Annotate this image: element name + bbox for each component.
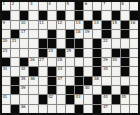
clue-number: 40 <box>85 86 90 90</box>
cell-r12c6[interactable] <box>48 105 56 113</box>
cell-r11c10[interactable] <box>84 95 92 103</box>
cell-r6c4[interactable] <box>29 49 37 57</box>
cell-r7c4[interactable]: 26 <box>29 58 37 66</box>
cell-r3c12 <box>102 21 110 29</box>
cell-r4c5[interactable] <box>39 30 47 38</box>
cell-r7c13[interactable]: 30 <box>112 58 120 66</box>
cell-r4c1[interactable] <box>2 30 10 38</box>
cell-r10c1[interactable] <box>2 86 10 94</box>
cell-r4c2 <box>11 30 19 38</box>
cell-r5c4[interactable] <box>29 39 37 47</box>
clue-number: 37 <box>57 77 62 81</box>
cell-r5c10[interactable] <box>84 39 92 47</box>
cell-r2c13 <box>112 11 120 19</box>
cell-r9c12[interactable] <box>102 77 110 85</box>
cell-r10c15[interactable] <box>130 86 138 94</box>
cell-r12c15[interactable] <box>130 105 138 113</box>
cell-r9c7[interactable]: 37 <box>57 77 65 85</box>
clue-number: 18 <box>76 30 81 34</box>
cell-r6c1[interactable]: 23 <box>2 49 10 57</box>
cell-r7c9[interactable] <box>75 58 83 66</box>
clue-number: 43 <box>76 95 81 99</box>
cell-r3c5[interactable]: 11 <box>39 21 47 29</box>
clue-number: 3 <box>30 2 32 6</box>
cell-r3c14 <box>121 21 129 29</box>
clue-number: 17 <box>21 30 26 34</box>
cell-r5c11 <box>93 39 101 47</box>
cell-r8c1[interactable]: 31 <box>2 67 10 75</box>
cell-r3c15[interactable]: 16 <box>130 21 138 29</box>
cell-r10c6 <box>48 86 56 94</box>
cell-r1c4[interactable]: 3 <box>29 2 37 10</box>
cell-r4c13[interactable] <box>112 30 120 38</box>
cell-r12c8[interactable] <box>66 105 74 113</box>
cell-r10c10[interactable]: 40 <box>84 86 92 94</box>
clue-number: 32 <box>21 67 26 71</box>
cell-r4c10[interactable]: 19 <box>84 30 92 38</box>
cell-r12c5[interactable] <box>39 105 47 113</box>
cell-r11c14[interactable]: 45 <box>121 95 129 103</box>
clue-number: 44 <box>103 95 108 99</box>
cell-r8c3[interactable]: 32 <box>20 67 28 75</box>
cell-r6c10[interactable] <box>84 49 92 57</box>
clue-number: 16 <box>130 21 135 25</box>
cell-r7c14 <box>121 58 129 66</box>
cell-r12c9 <box>75 105 83 113</box>
cell-r2c2[interactable] <box>11 11 19 19</box>
clue-number: 8 <box>121 2 123 6</box>
clue-number: 2 <box>12 2 14 6</box>
cell-r4c4[interactable] <box>29 30 37 38</box>
cell-r3c3[interactable]: 10 <box>20 21 28 29</box>
cell-r2c6[interactable] <box>48 11 56 19</box>
cell-r8c4 <box>29 67 37 75</box>
clue-number: 1 <box>3 2 5 6</box>
cell-r11c11 <box>93 95 101 103</box>
cell-r5c2[interactable]: 21 <box>11 39 19 47</box>
cell-r8c14 <box>121 67 129 75</box>
cell-r12c2 <box>11 105 19 113</box>
cell-r10c2 <box>11 86 19 94</box>
cell-r4c15[interactable] <box>130 30 138 38</box>
cell-r5c6 <box>48 39 56 47</box>
cell-r7c5[interactable]: 27 <box>39 58 47 66</box>
cell-r10c5[interactable] <box>39 86 47 94</box>
clue-number: 36 <box>30 77 35 81</box>
cell-r4c12 <box>102 30 110 38</box>
cell-r10c4[interactable] <box>29 86 37 94</box>
cell-r1c14[interactable]: 8 <box>121 2 129 10</box>
cell-r7c11 <box>93 58 101 66</box>
cell-r2c1 <box>2 11 10 19</box>
cell-r9c13[interactable] <box>112 77 120 85</box>
cell-r6c3[interactable] <box>20 49 28 57</box>
cell-r1c9 <box>75 2 83 10</box>
cell-r4c8 <box>66 30 74 38</box>
cell-r8c10[interactable] <box>84 67 92 75</box>
cell-r4c3[interactable]: 17 <box>20 30 28 38</box>
cell-r11c1[interactable]: 41 <box>2 95 10 103</box>
cell-r1c7[interactable] <box>57 2 65 10</box>
cell-r11c6[interactable]: 42 <box>48 95 56 103</box>
cell-r12c10[interactable] <box>84 105 92 113</box>
cell-r10c8 <box>66 86 74 94</box>
cell-r11c3[interactable] <box>20 95 28 103</box>
cell-r2c8[interactable] <box>66 11 74 19</box>
clue-number: 39 <box>21 86 26 90</box>
cell-r12c11 <box>93 105 101 113</box>
cell-r9c9 <box>75 77 83 85</box>
cell-r1c10[interactable]: 6 <box>84 2 92 10</box>
cell-r6c14 <box>121 49 129 57</box>
cell-r6c11 <box>93 49 101 57</box>
cell-r2c15 <box>130 11 138 19</box>
clue-number: 22 <box>103 39 108 43</box>
cell-r1c11[interactable] <box>93 2 101 10</box>
clue-number: 11 <box>39 21 44 25</box>
clue-number: 20 <box>3 39 8 43</box>
cell-r7c6[interactable] <box>48 58 56 66</box>
clue-number: 34 <box>103 67 108 71</box>
clue-number: 29 <box>103 58 108 62</box>
clue-number: 26 <box>30 58 35 62</box>
cell-r8c5[interactable] <box>39 67 47 75</box>
cell-r9c14[interactable] <box>121 77 129 85</box>
cell-r3c11[interactable]: 14 <box>93 21 101 29</box>
cell-r10c11[interactable] <box>93 86 101 94</box>
cell-r6c9 <box>75 49 83 57</box>
cell-r6c7 <box>57 49 65 57</box>
cell-r2c9 <box>75 11 83 19</box>
cell-r1c13[interactable] <box>112 2 120 10</box>
clue-number: 41 <box>3 95 8 99</box>
cell-r5c5 <box>39 39 47 47</box>
cell-r9c2 <box>11 77 19 85</box>
cell-r12c1[interactable] <box>2 105 10 113</box>
cell-r5c12[interactable]: 22 <box>102 39 110 47</box>
clue-number: 13 <box>76 21 81 25</box>
cell-r11c5 <box>39 95 47 103</box>
cell-r1c6[interactable]: 4 <box>48 2 56 10</box>
cell-r8c15[interactable] <box>130 67 138 75</box>
cell-r3c2[interactable] <box>11 21 19 29</box>
cell-r9c10 <box>84 77 92 85</box>
clue-number: 19 <box>85 30 90 34</box>
cell-r11c12[interactable]: 44 <box>102 95 110 103</box>
cell-r2c12[interactable] <box>102 11 110 19</box>
cell-r4c6 <box>48 30 56 38</box>
cell-r1c2[interactable]: 2 <box>11 2 19 10</box>
cell-r1c12[interactable]: 7 <box>102 2 110 10</box>
cell-r12c12[interactable]: 47 <box>102 105 110 113</box>
cell-r9c6 <box>48 77 56 85</box>
cell-r11c8 <box>66 95 74 103</box>
cell-r1c15[interactable] <box>130 2 138 10</box>
cell-r12c7[interactable] <box>57 105 65 113</box>
cell-r10c3[interactable]: 39 <box>20 86 28 94</box>
cell-r6c5 <box>39 49 47 57</box>
clue-number: 7 <box>103 2 105 6</box>
cell-r2c7 <box>57 11 65 19</box>
cell-r9c8[interactable] <box>66 77 74 85</box>
cell-r7c10[interactable] <box>84 58 92 66</box>
cell-r5c8 <box>66 39 74 47</box>
cell-r3c8[interactable] <box>66 21 74 29</box>
cell-r9c1[interactable] <box>2 77 10 85</box>
clue-number: 15 <box>112 21 117 25</box>
cell-r5c7[interactable] <box>57 39 65 47</box>
cell-r6c6[interactable]: 24 <box>48 49 56 57</box>
cell-r1c3[interactable] <box>20 2 28 10</box>
cell-r9c3[interactable]: 35 <box>20 77 28 85</box>
clue-number: 33 <box>57 67 62 71</box>
cell-r7c12[interactable]: 29 <box>102 58 110 66</box>
cell-r5c9 <box>75 39 83 47</box>
cell-r2c5 <box>39 11 47 19</box>
clue-number: 25 <box>66 49 71 53</box>
cell-r3c13[interactable]: 15 <box>112 21 120 29</box>
cell-r5c1[interactable]: 20 <box>2 39 10 47</box>
cell-r12c4[interactable] <box>29 105 37 113</box>
clue-number: 31 <box>3 67 8 71</box>
cell-r8c9 <box>75 67 83 75</box>
cell-r9c5[interactable] <box>39 77 47 85</box>
cell-r6c8[interactable]: 25 <box>66 49 74 57</box>
cell-r10c14 <box>121 86 129 94</box>
clue-number: 10 <box>21 21 26 25</box>
cell-r11c13 <box>112 95 120 103</box>
clue-number: 5 <box>66 2 68 6</box>
clue-number: 14 <box>94 21 99 25</box>
cell-r6c2[interactable] <box>11 49 19 57</box>
clue-number: 47 <box>103 105 108 109</box>
cell-r8c8[interactable] <box>66 67 74 75</box>
cell-r4c7[interactable] <box>57 30 65 38</box>
clue-number: 42 <box>48 95 53 99</box>
clue-number: 28 <box>57 58 62 62</box>
cell-r8c2[interactable] <box>11 67 19 75</box>
cell-r5c14[interactable] <box>121 39 129 47</box>
cell-r8c11 <box>93 67 101 75</box>
cell-r12c13[interactable] <box>112 105 120 113</box>
cell-r5c3[interactable] <box>20 39 28 47</box>
cell-r1c5[interactable] <box>39 2 47 10</box>
cell-r4c14 <box>121 30 129 38</box>
cell-r9c11[interactable]: 38 <box>93 77 101 85</box>
cell-r2c3 <box>20 11 28 19</box>
clue-number: 46 <box>21 105 26 109</box>
cell-r2c4[interactable] <box>29 11 37 19</box>
cell-r3c4[interactable] <box>29 21 37 29</box>
clue-number: 35 <box>21 77 26 81</box>
cell-r8c13[interactable] <box>112 67 120 75</box>
cell-r1c8[interactable]: 5 <box>66 2 74 10</box>
cell-r6c13 <box>112 49 120 57</box>
cell-r3c7[interactable]: 12 <box>57 21 65 29</box>
cell-r7c3 <box>20 58 28 66</box>
cell-r12c3[interactable]: 46 <box>20 105 28 113</box>
cell-r11c2[interactable] <box>11 95 19 103</box>
cell-r7c7[interactable]: 28 <box>57 58 65 66</box>
cell-r8c7[interactable]: 33 <box>57 67 65 75</box>
cell-r10c9 <box>75 86 83 94</box>
cell-r7c2[interactable] <box>11 58 19 66</box>
cell-r3c9[interactable]: 13 <box>75 21 83 29</box>
cell-r8c12[interactable]: 34 <box>102 67 110 75</box>
cell-r10c12 <box>102 86 110 94</box>
clue-number: 21 <box>12 39 17 43</box>
cell-r9c4[interactable]: 36 <box>29 77 37 85</box>
crossword-board: 1234567891011121314151617181920212223242… <box>0 0 140 115</box>
cell-r6c12[interactable] <box>102 49 110 57</box>
cell-r4c9[interactable]: 18 <box>75 30 83 38</box>
cell-r3c10 <box>84 21 92 29</box>
cell-r10c13[interactable] <box>112 86 120 94</box>
clue-number: 45 <box>121 95 126 99</box>
clue-number: 38 <box>94 77 99 81</box>
cell-r6c15[interactable] <box>130 49 138 57</box>
cell-r11c7[interactable] <box>57 95 65 103</box>
cell-r5c15[interactable] <box>130 39 138 47</box>
cell-r10c7[interactable] <box>57 86 65 94</box>
clue-number: 9 <box>3 21 5 25</box>
cell-r2c11 <box>93 11 101 19</box>
cell-r3c6[interactable] <box>48 21 56 29</box>
cell-r9c15[interactable] <box>130 77 138 85</box>
cell-r2c10[interactable] <box>84 11 92 19</box>
cell-r3c1[interactable]: 9 <box>2 21 10 29</box>
cell-r7c8[interactable] <box>66 58 74 66</box>
clue-number: 4 <box>48 2 50 6</box>
cell-r8c6 <box>48 67 56 75</box>
clue-number: 6 <box>85 2 87 6</box>
clue-number: 12 <box>57 21 62 25</box>
clue-number: 24 <box>48 49 53 53</box>
cell-r12c14[interactable] <box>121 105 129 113</box>
cell-r1c1[interactable]: 1 <box>2 2 10 10</box>
cell-r5c13[interactable] <box>112 39 120 47</box>
clue-number: 23 <box>3 49 8 53</box>
clue-number: 30 <box>112 58 117 62</box>
cell-r4c11[interactable] <box>93 30 101 38</box>
cell-r11c4[interactable] <box>29 95 37 103</box>
clue-number: 27 <box>39 58 44 62</box>
cell-r7c1 <box>2 58 10 66</box>
cell-r2c14[interactable] <box>121 11 129 19</box>
cell-r11c15[interactable] <box>130 95 138 103</box>
cell-r11c9[interactable]: 43 <box>75 95 83 103</box>
cell-r7c15[interactable] <box>130 58 138 66</box>
